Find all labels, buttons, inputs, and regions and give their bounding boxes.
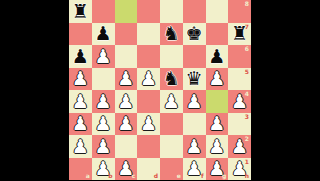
square-f2[interactable]: ♟	[183, 135, 206, 158]
square-e7[interactable]: ♞	[160, 23, 183, 46]
square-h8[interactable]: 8	[228, 0, 251, 23]
square-d3[interactable]: ♟	[137, 113, 160, 136]
square-a1[interactable]: a	[69, 158, 92, 181]
square-f6[interactable]	[183, 45, 206, 68]
piece-white-pawn[interactable]: ♟	[95, 159, 112, 178]
coordinate-rank-6: 6	[245, 46, 249, 52]
piece-black-knight[interactable]: ♞	[163, 24, 180, 43]
piece-white-pawn[interactable]: ♟	[72, 114, 89, 133]
square-b3[interactable]: ♟	[92, 113, 115, 136]
square-c3[interactable]: ♟	[115, 113, 138, 136]
square-b8[interactable]	[92, 0, 115, 23]
square-a6[interactable]: ♟	[69, 45, 92, 68]
square-d1[interactable]: d	[137, 158, 160, 181]
square-f7[interactable]: ♚	[183, 23, 206, 46]
chess-board: ♜8♟♞♚♜7♟♟♟6♟♟♟♞♛♟5♟♟♟♟♟♟4♟♟♟♟♟3♟♟♟♟♟2a♟b…	[69, 0, 251, 180]
square-a4[interactable]: ♟	[69, 90, 92, 113]
piece-white-pawn[interactable]: ♟	[231, 91, 248, 110]
square-c6[interactable]	[115, 45, 138, 68]
piece-white-pawn[interactable]: ♟	[140, 69, 157, 88]
piece-white-pawn[interactable]: ♟	[186, 91, 203, 110]
square-c1[interactable]: ♟c	[115, 158, 138, 181]
square-b5[interactable]	[92, 68, 115, 91]
piece-white-pawn[interactable]: ♟	[95, 136, 112, 155]
square-a5[interactable]: ♟	[69, 68, 92, 91]
piece-black-rook[interactable]: ♜	[231, 24, 248, 43]
piece-white-pawn[interactable]: ♟	[140, 114, 157, 133]
piece-black-pawn[interactable]: ♟	[208, 46, 225, 65]
square-h2[interactable]: ♟2	[228, 135, 251, 158]
video-frame: ♜8♟♞♚♜7♟♟♟6♟♟♟♞♛♟5♟♟♟♟♟♟4♟♟♟♟♟3♟♟♟♟♟2a♟b…	[0, 0, 320, 180]
piece-white-pawn[interactable]: ♟	[72, 136, 89, 155]
square-f5[interactable]: ♛	[183, 68, 206, 91]
square-c8[interactable]	[115, 0, 138, 23]
piece-white-pawn[interactable]: ♟	[72, 91, 89, 110]
square-a3[interactable]: ♟	[69, 113, 92, 136]
square-g7[interactable]	[206, 23, 229, 46]
square-g5[interactable]: ♟	[206, 68, 229, 91]
square-c2[interactable]	[115, 135, 138, 158]
square-c7[interactable]	[115, 23, 138, 46]
piece-white-pawn[interactable]: ♟	[117, 69, 134, 88]
piece-white-pawn[interactable]: ♟	[208, 69, 225, 88]
square-d5[interactable]: ♟	[137, 68, 160, 91]
piece-white-pawn[interactable]: ♟	[72, 69, 89, 88]
square-f3[interactable]	[183, 113, 206, 136]
coordinate-rank-8: 8	[245, 1, 249, 7]
piece-black-queen[interactable]: ♛	[186, 69, 203, 88]
letterbox-left	[0, 0, 69, 180]
square-b7[interactable]: ♟	[92, 23, 115, 46]
square-f1[interactable]: ♟f	[183, 158, 206, 181]
square-g2[interactable]: ♟	[206, 135, 229, 158]
square-h5[interactable]: 5	[228, 68, 251, 91]
square-d2[interactable]	[137, 135, 160, 158]
piece-black-king[interactable]: ♚	[186, 24, 203, 43]
square-b1[interactable]: ♟b	[92, 158, 115, 181]
square-h3[interactable]: 3	[228, 113, 251, 136]
square-e2[interactable]	[160, 135, 183, 158]
square-d4[interactable]	[137, 90, 160, 113]
square-g6[interactable]: ♟	[206, 45, 229, 68]
coordinate-file-d: d	[154, 173, 158, 179]
square-a7[interactable]	[69, 23, 92, 46]
square-g8[interactable]	[206, 0, 229, 23]
coordinate-file-a: a	[86, 173, 90, 179]
square-d6[interactable]	[137, 45, 160, 68]
piece-black-pawn[interactable]: ♟	[72, 46, 89, 65]
piece-white-pawn[interactable]: ♟	[208, 136, 225, 155]
piece-black-knight[interactable]: ♞	[163, 69, 180, 88]
square-e4[interactable]: ♟	[160, 90, 183, 113]
square-e1[interactable]: e	[160, 158, 183, 181]
piece-white-pawn[interactable]: ♟	[163, 91, 180, 110]
square-b6[interactable]: ♟	[92, 45, 115, 68]
piece-white-pawn[interactable]: ♟	[208, 159, 225, 178]
square-g1[interactable]: ♟g	[206, 158, 229, 181]
square-b2[interactable]: ♟	[92, 135, 115, 158]
piece-white-pawn[interactable]: ♟	[186, 136, 203, 155]
piece-black-pawn[interactable]: ♟	[95, 24, 112, 43]
piece-white-pawn[interactable]: ♟	[117, 114, 134, 133]
piece-white-pawn[interactable]: ♟	[231, 159, 248, 178]
piece-white-pawn[interactable]: ♟	[117, 91, 134, 110]
square-e6[interactable]	[160, 45, 183, 68]
piece-white-pawn[interactable]: ♟	[186, 159, 203, 178]
piece-white-pawn[interactable]: ♟	[231, 136, 248, 155]
coordinate-file-e: e	[177, 173, 181, 179]
square-e8[interactable]	[160, 0, 183, 23]
square-a2[interactable]: ♟	[69, 135, 92, 158]
piece-white-pawn[interactable]: ♟	[95, 114, 112, 133]
piece-white-pawn[interactable]: ♟	[95, 46, 112, 65]
square-h6[interactable]: 6	[228, 45, 251, 68]
square-a8[interactable]: ♜	[69, 0, 92, 23]
square-b4[interactable]: ♟	[92, 90, 115, 113]
square-g3[interactable]: ♟	[206, 113, 229, 136]
square-h7[interactable]: ♜7	[228, 23, 251, 46]
square-f8[interactable]	[183, 0, 206, 23]
square-h1[interactable]: ♟1h	[228, 158, 251, 181]
coordinate-rank-5: 5	[245, 69, 249, 75]
square-c4[interactable]: ♟	[115, 90, 138, 113]
coordinate-rank-3: 3	[245, 114, 249, 120]
piece-white-pawn[interactable]: ♟	[208, 114, 225, 133]
square-e3[interactable]	[160, 113, 183, 136]
letterbox-right	[251, 0, 320, 180]
square-c5[interactable]: ♟	[115, 68, 138, 91]
square-h4[interactable]: ♟4	[228, 90, 251, 113]
square-g4[interactable]	[206, 90, 229, 113]
square-d8[interactable]	[137, 0, 160, 23]
square-f4[interactable]: ♟	[183, 90, 206, 113]
square-d7[interactable]	[137, 23, 160, 46]
piece-black-rook[interactable]: ♜	[72, 1, 89, 20]
piece-white-pawn[interactable]: ♟	[117, 159, 134, 178]
square-e5[interactable]: ♞	[160, 68, 183, 91]
piece-white-pawn[interactable]: ♟	[95, 91, 112, 110]
